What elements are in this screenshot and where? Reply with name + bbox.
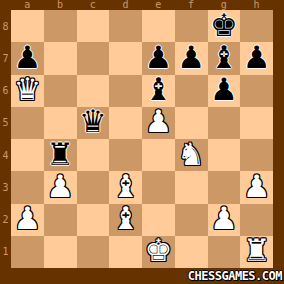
square-f8 xyxy=(175,10,208,42)
black-bishop: ♝ xyxy=(144,74,172,105)
black-pawn: ♟ xyxy=(243,42,271,73)
square-b8 xyxy=(44,10,77,42)
white-pawn: ♟ xyxy=(210,203,238,234)
white-knight: ♞ xyxy=(177,139,205,170)
square-a5 xyxy=(11,107,44,139)
white-bishop: ♝ xyxy=(112,203,140,234)
square-d8 xyxy=(109,10,142,42)
square-e8 xyxy=(142,10,175,42)
chessboard-frame: a b c d e f g h 8 7 6 5 4 3 2 1 ♚♟♟♟♝♟♛♝… xyxy=(0,0,284,284)
square-e3 xyxy=(142,171,175,203)
square-g1 xyxy=(208,236,241,268)
square-h7: ♟ xyxy=(240,42,273,74)
white-pawn: ♟ xyxy=(46,171,74,202)
square-g4 xyxy=(208,139,241,171)
square-c1 xyxy=(77,236,110,268)
black-pawn: ♟ xyxy=(210,74,238,105)
rank-label-7: 7 xyxy=(0,42,11,74)
square-e4 xyxy=(142,139,175,171)
rank-label-6: 6 xyxy=(0,75,11,107)
black-king: ♚ xyxy=(210,10,238,41)
white-rook: ♜ xyxy=(243,235,271,266)
square-h3: ♟ xyxy=(240,171,273,203)
square-a3 xyxy=(11,171,44,203)
square-f7: ♟ xyxy=(175,42,208,74)
square-g3 xyxy=(208,171,241,203)
square-d5 xyxy=(109,107,142,139)
square-c4 xyxy=(77,139,110,171)
square-b1 xyxy=(44,236,77,268)
square-h2 xyxy=(240,204,273,236)
rank-label-2: 2 xyxy=(0,204,11,236)
square-h1: ♜ xyxy=(240,236,273,268)
square-b5 xyxy=(44,107,77,139)
square-e5: ♟ xyxy=(142,107,175,139)
square-b3: ♟ xyxy=(44,171,77,203)
square-e1: ♚ xyxy=(142,236,175,268)
black-bishop: ♝ xyxy=(210,42,238,73)
file-label-c: c xyxy=(77,0,110,10)
square-e2 xyxy=(142,204,175,236)
square-f1 xyxy=(175,236,208,268)
file-label-e: e xyxy=(142,0,175,10)
square-b4: ♜ xyxy=(44,139,77,171)
square-d3: ♝ xyxy=(109,171,142,203)
square-h6 xyxy=(240,75,273,107)
square-g5 xyxy=(208,107,241,139)
square-c6 xyxy=(77,75,110,107)
black-queen: ♛ xyxy=(79,106,107,137)
rank-label-8: 8 xyxy=(0,10,11,42)
file-label-a: a xyxy=(11,0,44,10)
square-d6 xyxy=(109,75,142,107)
square-c7 xyxy=(77,42,110,74)
black-rook: ♜ xyxy=(46,139,74,170)
square-a1 xyxy=(11,236,44,268)
file-label-d: d xyxy=(109,0,142,10)
square-c2 xyxy=(77,204,110,236)
square-g8: ♚ xyxy=(208,10,241,42)
square-a7: ♟ xyxy=(11,42,44,74)
black-pawn: ♟ xyxy=(13,42,41,73)
rank-label-1: 1 xyxy=(0,236,11,268)
square-d7 xyxy=(109,42,142,74)
file-label-f: f xyxy=(175,0,208,10)
black-pawn: ♟ xyxy=(177,42,205,73)
square-f2 xyxy=(175,204,208,236)
square-c5: ♛ xyxy=(77,107,110,139)
rank-label-3: 3 xyxy=(0,171,11,203)
square-a2: ♟ xyxy=(11,204,44,236)
square-f6 xyxy=(175,75,208,107)
white-queen: ♛ xyxy=(13,74,41,105)
white-pawn: ♟ xyxy=(243,171,271,202)
square-d2: ♝ xyxy=(109,204,142,236)
square-f5 xyxy=(175,107,208,139)
rank-labels: 8 7 6 5 4 3 2 1 xyxy=(0,10,11,268)
square-g6: ♟ xyxy=(208,75,241,107)
white-bishop: ♝ xyxy=(112,171,140,202)
square-e6: ♝ xyxy=(142,75,175,107)
square-c8 xyxy=(77,10,110,42)
black-pawn: ♟ xyxy=(144,42,172,73)
square-b6 xyxy=(44,75,77,107)
rank-label-4: 4 xyxy=(0,139,11,171)
square-b7 xyxy=(44,42,77,74)
board: ♚♟♟♟♝♟♛♝♟♛♟♜♞♟♝♟♟♝♟♚♜ xyxy=(11,10,273,268)
square-c3 xyxy=(77,171,110,203)
square-d4 xyxy=(109,139,142,171)
square-a6: ♛ xyxy=(11,75,44,107)
rank-label-5: 5 xyxy=(0,107,11,139)
white-pawn: ♟ xyxy=(144,106,172,137)
white-king: ♚ xyxy=(144,235,172,266)
square-a4 xyxy=(11,139,44,171)
square-a8 xyxy=(11,10,44,42)
square-b2 xyxy=(44,204,77,236)
square-h5 xyxy=(240,107,273,139)
square-d1 xyxy=(109,236,142,268)
site-credit: CHESSGAMES.COM xyxy=(188,268,282,284)
square-g7: ♝ xyxy=(208,42,241,74)
square-f4: ♞ xyxy=(175,139,208,171)
white-pawn: ♟ xyxy=(13,203,41,234)
square-h4 xyxy=(240,139,273,171)
file-label-h: h xyxy=(240,0,273,10)
file-label-b: b xyxy=(44,0,77,10)
square-g2: ♟ xyxy=(208,204,241,236)
square-f3 xyxy=(175,171,208,203)
square-h8 xyxy=(240,10,273,42)
square-e7: ♟ xyxy=(142,42,175,74)
